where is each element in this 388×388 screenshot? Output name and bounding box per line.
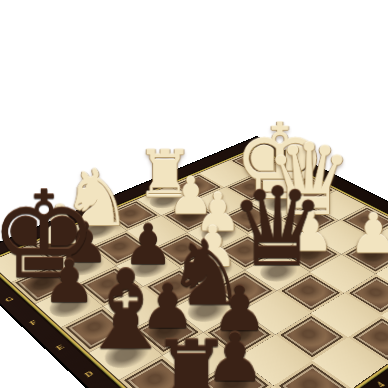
square-c7: ♟ bbox=[341, 238, 388, 274]
rank-label-4: 4 bbox=[374, 380, 387, 388]
file-label-d: D bbox=[83, 369, 96, 379]
square-b1: ♜ bbox=[152, 383, 233, 388]
board-grid: ♟♞♜♚♟♟♟♟♟♚♟♛♝♟♞♛♟♟♟♜♟ bbox=[0, 149, 388, 388]
square-b6 bbox=[345, 274, 388, 315]
black-rook-glyph: ♜ bbox=[105, 328, 279, 388]
file-label-f: F bbox=[28, 319, 39, 327]
chess-set-photo: ♟♞♜♚♟♟♟♟♟♚♟♛♝♟♞♛♟♟♟♜♟ HGFEDCBA12345678 bbox=[0, 0, 388, 388]
chess-board: ♟♞♜♚♟♟♟♟♟♚♟♛♝♟♞♛♟♟♟♜♟ HGFEDCBA12345678 bbox=[0, 136, 388, 388]
